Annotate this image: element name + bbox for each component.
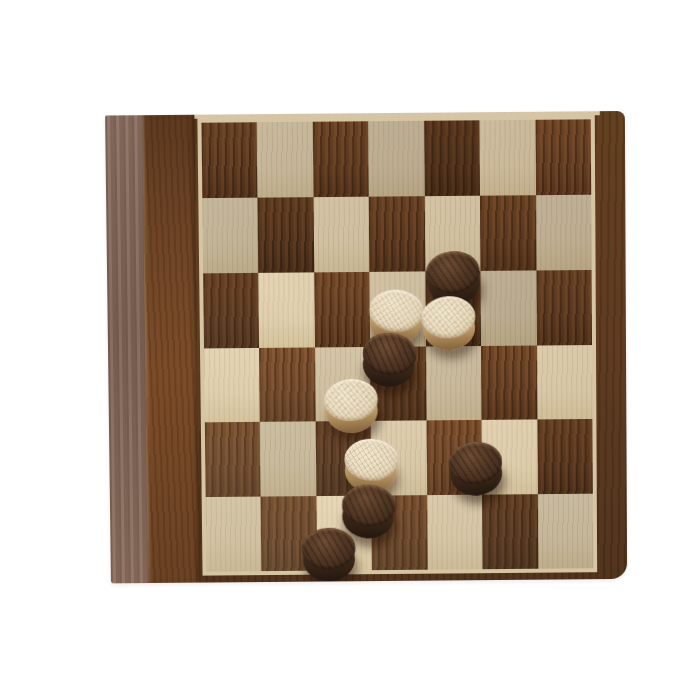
square-g5 [537,419,593,494]
square-f1 [480,120,536,196]
square-b5 [260,422,316,497]
square-f3 [481,270,537,345]
square-c1 [313,121,369,197]
square-d4 [370,346,426,421]
square-a1 [201,122,257,198]
square-c3 [314,272,370,347]
board-face [194,111,627,583]
board-side-chamfer [142,115,199,583]
square-g3 [536,270,592,345]
checkerboard-grid [197,115,597,575]
square-g1 [535,119,591,195]
square-c2 [313,196,369,272]
square-d2 [369,196,425,272]
board-side-panel [105,115,148,583]
product-photo [0,0,700,700]
square-b2 [258,197,314,273]
square-f4 [481,345,537,420]
square-b4 [259,347,315,422]
square-g4 [537,345,593,420]
square-e5 [426,420,482,495]
square-c4 [315,346,371,421]
square-g2 [536,195,592,271]
square-e4 [426,346,482,421]
square-g6 [537,494,593,569]
square-b1 [257,122,313,198]
square-d5 [371,421,427,496]
square-b3 [259,272,315,347]
square-e1 [424,120,480,196]
square-a3 [203,273,259,348]
square-a6 [206,497,262,572]
square-f5 [482,420,538,495]
square-f2 [480,195,536,271]
square-f6 [482,494,538,569]
square-d6 [372,495,428,570]
square-e2 [425,196,481,272]
square-a4 [204,347,260,422]
square-c6 [316,496,372,571]
square-e3 [425,271,481,346]
square-a5 [205,422,261,497]
square-d1 [368,121,424,197]
square-d3 [370,271,426,346]
square-b6 [261,496,317,571]
game-board [105,111,627,583]
square-e6 [427,495,483,570]
square-a2 [202,197,258,273]
square-c5 [316,421,372,496]
